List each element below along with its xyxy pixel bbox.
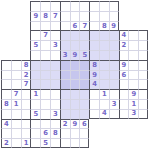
cell-r11c13[interactable]: 3 (128, 109, 138, 119)
cell-r1c9[interactable] (89, 11, 99, 21)
cell-r7c0[interactable] (1, 70, 11, 80)
outside-area (21, 40, 31, 50)
cell-r10c2[interactable] (21, 99, 31, 109)
cell-r8c2[interactable]: 7 (21, 79, 31, 89)
outside-area (119, 21, 129, 31)
cell-r7c7[interactable] (70, 70, 80, 80)
outside-area (89, 128, 99, 138)
cell-r12c1[interactable] (11, 119, 21, 129)
outside-area (128, 128, 138, 138)
cell-r0c3[interactable] (30, 1, 40, 11)
cell-r13c7[interactable] (70, 128, 80, 138)
cell-r8c4[interactable] (40, 79, 50, 89)
given-digit: 6 (82, 120, 87, 127)
cell-r13c2[interactable] (21, 128, 31, 138)
outside-area (128, 119, 138, 129)
cell-r11c2[interactable] (21, 109, 31, 119)
cell-r12c7[interactable]: 9 (70, 119, 80, 129)
given-digit: 4 (92, 81, 97, 88)
given-digit: 3 (63, 52, 68, 59)
cell-r10c14[interactable] (138, 99, 148, 109)
given-digit: 3 (131, 110, 136, 117)
cell-r6c5[interactable] (50, 60, 60, 70)
cell-r14c3[interactable] (30, 138, 40, 148)
cell-r11c1[interactable] (11, 109, 21, 119)
cell-r7c11[interactable] (109, 70, 119, 80)
cell-r12c2[interactable] (21, 119, 31, 129)
outside-area (119, 119, 129, 129)
cell-r10c7[interactable] (70, 99, 80, 109)
outside-area (119, 138, 129, 148)
outside-area (99, 119, 109, 129)
cell-r9c11[interactable] (109, 89, 119, 99)
cell-r11c8[interactable] (79, 109, 89, 119)
given-digit: 1 (14, 101, 19, 108)
cell-r7c1[interactable] (11, 70, 21, 80)
cell-r6c11[interactable] (109, 60, 119, 70)
cell-r8c12[interactable] (119, 79, 129, 89)
cell-r10c12[interactable] (119, 99, 129, 109)
given-digit: 2 (63, 120, 68, 127)
cell-r6c1[interactable] (11, 60, 21, 70)
sudoku-board: 9876789745323958892967471198131534342966… (1, 1, 148, 148)
cell-r7c10[interactable] (99, 70, 109, 80)
cell-r3c4[interactable]: 7 (40, 30, 50, 40)
cell-r2c4[interactable] (40, 21, 50, 31)
cell-r0c9[interactable] (89, 1, 99, 11)
given-digit: 8 (24, 62, 29, 69)
cell-r5c9[interactable] (89, 50, 99, 60)
cell-r8c11[interactable] (109, 79, 119, 89)
outside-area (89, 119, 99, 129)
cell-r5c5[interactable] (50, 50, 60, 60)
outside-area (11, 40, 21, 50)
given-digit: 8 (4, 101, 9, 108)
given-digit: 9 (122, 62, 127, 69)
cell-r6c12[interactable]: 9 (119, 60, 129, 70)
cell-r10c0[interactable]: 8 (1, 99, 11, 109)
cell-r4c9[interactable] (89, 40, 99, 50)
given-digit: 5 (33, 42, 38, 49)
given-digit: 1 (102, 91, 107, 98)
outside-area (138, 138, 148, 148)
cell-r1c10[interactable] (99, 11, 109, 21)
cell-r11c14[interactable] (138, 109, 148, 119)
cell-r1c4[interactable]: 8 (40, 11, 50, 21)
given-digit: 1 (24, 139, 29, 146)
given-digit: 5 (33, 111, 38, 118)
outside-area (138, 119, 148, 129)
cell-r6c10[interactable] (99, 60, 109, 70)
cell-r3c8[interactable] (79, 30, 89, 40)
cell-r7c4[interactable] (40, 70, 50, 80)
cell-r9c5[interactable] (50, 89, 60, 99)
cell-r6c9[interactable]: 8 (89, 60, 99, 70)
cell-r7c9[interactable]: 9 (89, 70, 99, 80)
cell-r7c5[interactable] (50, 70, 60, 80)
cell-r10c9[interactable] (89, 99, 99, 109)
cell-r13c6[interactable] (60, 128, 70, 138)
cell-r8c7[interactable] (70, 79, 80, 89)
given-digit: 2 (122, 42, 127, 49)
cell-r13c8[interactable] (79, 128, 89, 138)
cell-r14c0[interactable]: 2 (1, 138, 11, 148)
cell-r11c10[interactable]: 4 (99, 109, 109, 119)
cell-r12c3[interactable] (30, 119, 40, 129)
given-digit: 2 (24, 71, 29, 78)
cell-r4c7[interactable] (70, 40, 80, 50)
outside-area (109, 138, 119, 148)
outside-area (21, 30, 31, 40)
outside-area (1, 21, 11, 31)
cell-r8c10[interactable] (99, 79, 109, 89)
cell-r14c1[interactable] (11, 138, 21, 148)
given-digit: 7 (43, 32, 48, 39)
cell-r0c4[interactable] (40, 1, 50, 11)
given-digit: 9 (73, 52, 78, 59)
puzzle-page: 9876789745323958892967471198131534342966… (0, 0, 150, 150)
cell-r3c14[interactable] (138, 30, 148, 40)
cell-r9c7[interactable] (70, 89, 80, 99)
given-digit: 8 (53, 130, 58, 137)
outside-area (1, 1, 11, 11)
outside-area (1, 11, 11, 21)
cell-r9c9[interactable] (89, 89, 99, 99)
cell-r3c13[interactable] (128, 30, 138, 40)
cell-r7c8[interactable] (79, 70, 89, 80)
cell-r10c4[interactable] (40, 99, 50, 109)
given-digit: 3 (53, 42, 58, 49)
given-digit: 7 (82, 22, 87, 29)
given-digit: 6 (73, 22, 78, 29)
outside-area (89, 138, 99, 148)
cell-r3c6[interactable] (60, 30, 70, 40)
given-digit: 7 (24, 81, 29, 88)
cell-r14c6[interactable] (60, 138, 70, 148)
outside-area (1, 40, 11, 50)
cell-r6c0[interactable] (1, 60, 11, 70)
cell-r6c2[interactable]: 8 (21, 60, 31, 70)
cell-r8c8[interactable] (79, 79, 89, 89)
outside-area (21, 1, 31, 11)
given-digit: 3 (53, 111, 58, 118)
given-digit: 2 (4, 139, 9, 146)
cell-r8c0[interactable] (1, 79, 11, 89)
cell-r2c7[interactable]: 6 (70, 21, 80, 31)
cell-r13c1[interactable] (11, 128, 21, 138)
cell-r5c11[interactable] (109, 50, 119, 60)
cell-r3c9[interactable] (89, 30, 99, 40)
outside-area (11, 50, 21, 60)
cell-r5c3[interactable] (30, 50, 40, 60)
cell-r11c11[interactable] (109, 109, 119, 119)
cell-r6c4[interactable] (40, 60, 50, 70)
cell-r5c8[interactable]: 5 (79, 50, 89, 60)
cell-r0c6[interactable] (60, 1, 70, 11)
cell-r9c12[interactable] (119, 89, 129, 99)
cell-r7c12[interactable]: 6 (119, 70, 129, 80)
outside-area (128, 21, 138, 31)
cell-r1c11[interactable] (109, 11, 119, 21)
outside-area (11, 21, 21, 31)
cell-r4c14[interactable] (138, 40, 148, 50)
cell-r9c0[interactable] (1, 89, 11, 99)
outside-area (138, 1, 148, 11)
given-digit: 9 (131, 91, 136, 98)
given-digit: 4 (122, 32, 127, 39)
given-digit: 8 (102, 22, 107, 29)
outside-area (1, 50, 11, 60)
cell-r4c11[interactable] (109, 40, 119, 50)
cell-r10c10[interactable] (99, 99, 109, 109)
cell-r5c4[interactable] (40, 50, 50, 60)
cell-r4c13[interactable] (128, 40, 138, 50)
cell-r3c12[interactable]: 4 (119, 30, 129, 40)
cell-r2c10[interactable]: 8 (99, 21, 109, 31)
outside-area (11, 1, 21, 11)
cell-r10c13[interactable]: 1 (128, 99, 138, 109)
cell-r12c5[interactable] (50, 119, 60, 129)
outside-area (1, 30, 11, 40)
cell-r1c6[interactable] (60, 11, 70, 21)
cell-r1c8[interactable] (79, 11, 89, 21)
cell-r14c8[interactable] (79, 138, 89, 148)
outside-area (21, 50, 31, 60)
cell-r8c14[interactable] (138, 79, 148, 89)
cell-r6c13[interactable] (128, 60, 138, 70)
cell-r13c3[interactable] (30, 128, 40, 138)
outside-area (109, 128, 119, 138)
given-digit: 7 (14, 91, 19, 98)
cell-r8c5[interactable] (50, 79, 60, 89)
cell-r7c6[interactable] (60, 70, 70, 80)
cell-r2c6[interactable] (60, 21, 70, 31)
cell-r5c6[interactable]: 3 (60, 50, 70, 60)
cell-r7c14[interactable] (138, 70, 148, 80)
cell-r1c7[interactable] (70, 11, 80, 21)
given-digit: 5 (43, 139, 48, 146)
cell-r12c8[interactable]: 6 (79, 119, 89, 129)
given-digit: 3 (112, 101, 117, 108)
cell-r5c10[interactable] (99, 50, 109, 60)
given-digit: 4 (4, 120, 9, 127)
cell-r1c5[interactable]: 7 (50, 11, 60, 21)
cell-r2c9[interactable] (89, 21, 99, 31)
cell-r6c6[interactable] (60, 60, 70, 70)
cell-r8c1[interactable] (11, 79, 21, 89)
cell-r10c1[interactable]: 1 (11, 99, 21, 109)
cell-r9c14[interactable] (138, 89, 148, 99)
given-digit: 4 (102, 110, 107, 117)
outside-area (138, 21, 148, 31)
cell-r4c10[interactable] (99, 40, 109, 50)
cell-r9c2[interactable] (21, 89, 31, 99)
outside-area (119, 1, 129, 11)
cell-r12c0[interactable]: 4 (1, 119, 11, 129)
cell-r2c11[interactable]: 9 (109, 21, 119, 31)
cell-r11c7[interactable] (70, 109, 80, 119)
outside-area (109, 119, 119, 129)
cell-r10c8[interactable] (79, 99, 89, 109)
given-digit: 9 (92, 71, 97, 78)
given-digit: 5 (82, 52, 87, 59)
cell-r11c12[interactable] (119, 109, 129, 119)
given-digit: 8 (43, 13, 48, 20)
cell-r7c2[interactable]: 2 (21, 70, 31, 80)
outside-area (119, 128, 129, 138)
cell-r4c8[interactable] (79, 40, 89, 50)
cell-r4c4[interactable] (40, 40, 50, 50)
cell-r1c3[interactable]: 9 (30, 11, 40, 21)
cell-r0c10[interactable] (99, 1, 109, 11)
outside-area (99, 138, 109, 148)
cell-r11c6[interactable] (60, 109, 70, 119)
cell-r8c13[interactable] (128, 79, 138, 89)
cell-r10c3[interactable] (30, 99, 40, 109)
cell-r11c0[interactable] (1, 109, 11, 119)
cell-r12c6[interactable]: 2 (60, 119, 70, 129)
cell-r0c5[interactable] (50, 1, 60, 11)
cell-r7c13[interactable] (128, 70, 138, 80)
given-digit: 6 (122, 71, 127, 78)
outside-area (11, 30, 21, 40)
cell-r6c7[interactable] (70, 60, 80, 70)
outside-area (138, 128, 148, 138)
cell-r9c4[interactable] (40, 89, 50, 99)
cell-r11c9[interactable] (89, 109, 99, 119)
cell-r4c3[interactable]: 5 (30, 40, 40, 50)
cell-r3c7[interactable] (70, 30, 80, 40)
outside-area (138, 11, 148, 21)
cell-r10c5[interactable] (50, 99, 60, 109)
cell-r14c4[interactable]: 5 (40, 138, 50, 148)
cell-r9c1[interactable]: 7 (11, 89, 21, 99)
cell-r11c5[interactable]: 3 (50, 109, 60, 119)
cell-r13c5[interactable]: 8 (50, 128, 60, 138)
outside-area (11, 11, 21, 21)
cell-r6c14[interactable] (138, 60, 148, 70)
cell-r8c6[interactable] (60, 79, 70, 89)
cell-r10c11[interactable]: 3 (109, 99, 119, 109)
cell-r4c5[interactable]: 3 (50, 40, 60, 50)
outside-area (99, 128, 109, 138)
given-digit: 6 (43, 130, 48, 137)
cell-r0c7[interactable] (70, 1, 80, 11)
cell-r6c8[interactable] (79, 60, 89, 70)
cell-r8c3[interactable] (30, 79, 40, 89)
cell-r2c3[interactable] (30, 21, 40, 31)
cell-r13c0[interactable] (1, 128, 11, 138)
given-digit: 8 (92, 62, 97, 69)
cell-r3c5[interactable] (50, 30, 60, 40)
cell-r6c3[interactable] (30, 60, 40, 70)
cell-r9c6[interactable] (60, 89, 70, 99)
cell-r5c13[interactable] (128, 50, 138, 60)
cell-r5c7[interactable]: 9 (70, 50, 80, 60)
cell-r5c12[interactable] (119, 50, 129, 60)
cell-r0c11[interactable] (109, 1, 119, 11)
cell-r5c14[interactable] (138, 50, 148, 60)
outside-area (21, 11, 31, 21)
cell-r7c3[interactable] (30, 70, 40, 80)
cell-r4c12[interactable]: 2 (119, 40, 129, 50)
cell-r9c8[interactable] (79, 89, 89, 99)
outside-area (128, 1, 138, 11)
cell-r3c11[interactable] (109, 30, 119, 40)
cell-r8c9[interactable]: 4 (89, 79, 99, 89)
given-digit: 1 (33, 91, 38, 98)
cell-r3c3[interactable] (30, 30, 40, 40)
outside-area (21, 21, 31, 31)
cell-r11c4[interactable] (40, 109, 50, 119)
given-digit: 9 (111, 22, 116, 29)
outside-area (128, 11, 138, 21)
cell-r13c4[interactable]: 6 (40, 128, 50, 138)
cell-r12c4[interactable] (40, 119, 50, 129)
cell-r2c5[interactable] (50, 21, 60, 31)
cell-r9c10[interactable]: 1 (99, 89, 109, 99)
cell-r14c5[interactable] (50, 138, 60, 148)
cell-r3c10[interactable] (99, 30, 109, 40)
outside-area (119, 11, 129, 21)
cell-r2c8[interactable]: 7 (79, 21, 89, 31)
given-digit: 9 (73, 120, 78, 127)
cell-r14c7[interactable] (70, 138, 80, 148)
cell-r4c6[interactable] (60, 40, 70, 50)
given-digit: 1 (131, 101, 136, 108)
cell-r0c8[interactable] (79, 1, 89, 11)
given-digit: 7 (53, 13, 58, 20)
cell-r9c13[interactable]: 9 (128, 89, 138, 99)
cell-r14c2[interactable]: 1 (21, 138, 31, 148)
cell-r11c3[interactable]: 5 (30, 109, 40, 119)
cell-r9c3[interactable]: 1 (30, 89, 40, 99)
given-digit: 9 (33, 13, 38, 20)
cell-r10c6[interactable] (60, 99, 70, 109)
outside-area (128, 138, 138, 148)
